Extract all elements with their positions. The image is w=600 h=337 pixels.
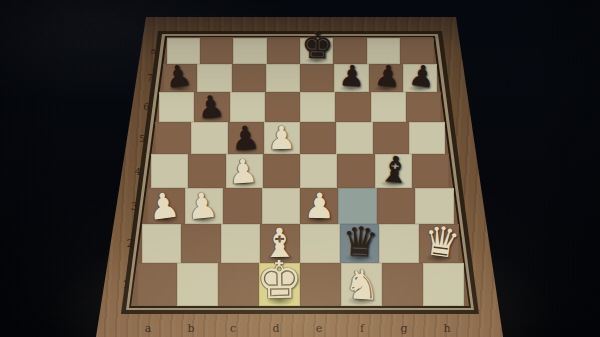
file-label-b: b	[187, 322, 194, 335]
file-label-h: h	[443, 322, 450, 335]
square-h5[interactable]	[409, 122, 445, 154]
square-e4[interactable]	[300, 154, 337, 188]
board-rank-4: ♟♝	[151, 154, 449, 188]
chess-game-scene: ♚♟♟♟♟♟♟♟♟♝♟♟♟♝♛♛♚♞ 87654321abcdefgh	[0, 0, 600, 337]
piece-white-pawn-c4[interactable]: ♟	[228, 155, 259, 188]
file-label-f: f	[360, 322, 364, 335]
square-e8[interactable]: ♚	[300, 38, 333, 64]
piece-black-king-e8[interactable]: ♚	[301, 29, 334, 64]
square-h4[interactable]	[412, 154, 449, 188]
piece-black-bishop-g4[interactable]: ♝	[377, 151, 412, 188]
square-d7[interactable]	[266, 64, 300, 92]
square-e7[interactable]	[300, 64, 334, 92]
square-h6[interactable]	[406, 92, 441, 122]
square-c7[interactable]	[232, 64, 266, 92]
square-a7[interactable]: ♟	[163, 64, 197, 92]
rank-label-2: 2	[127, 237, 134, 250]
square-a3[interactable]: ♟	[147, 188, 185, 224]
piece-black-pawn-c5[interactable]: ♟	[230, 122, 260, 154]
square-c4[interactable]: ♟	[226, 154, 263, 188]
square-b4[interactable]	[188, 154, 225, 188]
piece-white-queen-h2[interactable]: ♛	[420, 221, 462, 265]
piece-white-pawn-e3[interactable]: ♟	[303, 189, 335, 223]
file-label-d: d	[272, 322, 279, 335]
square-d3[interactable]	[262, 188, 300, 224]
square-a2[interactable]	[142, 224, 182, 263]
piece-black-pawn-h7[interactable]: ♟	[407, 62, 436, 93]
board-squares: ♚♟♟♟♟♟♟♟♟♝♟♟♟♝♛♛♚♞	[0, 38, 600, 306]
square-f6[interactable]	[335, 92, 370, 122]
square-b8[interactable]	[200, 38, 233, 64]
piece-black-queen-f2[interactable]: ♛	[341, 222, 380, 263]
board-rank-3: ♟♟♟	[147, 188, 454, 224]
square-c1[interactable]	[218, 263, 259, 306]
square-d8[interactable]	[267, 38, 300, 64]
rank-label-5: 5	[139, 133, 145, 144]
board-rank-7: ♟♟♟♟	[163, 64, 437, 92]
square-d5[interactable]: ♟	[264, 122, 300, 154]
square-d1[interactable]: ♚	[259, 263, 300, 306]
square-g2[interactable]	[379, 224, 419, 263]
rank-label-6: 6	[143, 102, 149, 112]
square-g7[interactable]: ♟	[369, 64, 403, 92]
board-rank-1: ♚♞	[137, 263, 464, 306]
board-rank-6: ♟	[159, 92, 441, 122]
piece-black-pawn-a7[interactable]: ♟	[164, 62, 193, 93]
square-f1[interactable]: ♞	[341, 263, 382, 306]
square-e3[interactable]: ♟	[300, 188, 338, 224]
square-f2[interactable]: ♛	[340, 224, 380, 263]
file-label-g: g	[400, 322, 407, 335]
square-g3[interactable]	[377, 188, 415, 224]
square-g1[interactable]	[382, 263, 423, 306]
square-c3[interactable]	[223, 188, 261, 224]
rank-label-1: 1	[122, 277, 129, 291]
piece-black-pawn-f7[interactable]: ♟	[338, 63, 366, 92]
square-c5[interactable]: ♟	[228, 122, 264, 154]
square-c6[interactable]	[230, 92, 265, 122]
square-a6[interactable]	[159, 92, 194, 122]
square-a4[interactable]	[151, 154, 188, 188]
piece-white-knight-f1[interactable]: ♞	[343, 265, 382, 306]
piece-white-king-d1[interactable]: ♚	[255, 255, 303, 305]
square-c8[interactable]	[233, 38, 266, 64]
square-e1[interactable]	[300, 263, 341, 306]
square-b2[interactable]	[181, 224, 221, 263]
rank-label-3: 3	[131, 200, 138, 212]
square-g6[interactable]	[371, 92, 406, 122]
square-d4[interactable]	[263, 154, 300, 188]
rank-label-8: 8	[150, 47, 155, 56]
square-e2[interactable]	[300, 224, 340, 263]
square-f5[interactable]	[336, 122, 372, 154]
square-d6[interactable]	[265, 92, 300, 122]
square-c2[interactable]	[221, 224, 261, 263]
square-e6[interactable]	[300, 92, 335, 122]
rank-label-7: 7	[147, 73, 152, 83]
square-e5[interactable]	[300, 122, 336, 154]
square-a5[interactable]	[155, 122, 191, 154]
piece-white-pawn-a3[interactable]: ♟	[146, 188, 182, 225]
square-h7[interactable]: ♟	[403, 64, 437, 92]
file-label-e: e	[316, 322, 323, 335]
piece-white-pawn-b3[interactable]: ♟	[185, 188, 219, 224]
square-b3[interactable]: ♟	[185, 188, 223, 224]
rank-label-4: 4	[135, 166, 141, 177]
piece-black-pawn-g7[interactable]: ♟	[373, 62, 402, 92]
square-a1[interactable]	[137, 263, 178, 306]
square-g4[interactable]: ♝	[375, 154, 412, 188]
square-b6[interactable]: ♟	[194, 92, 229, 122]
square-f7[interactable]: ♟	[334, 64, 368, 92]
square-b5[interactable]	[191, 122, 227, 154]
piece-white-pawn-d5[interactable]: ♟	[267, 122, 296, 153]
file-label-a: a	[145, 322, 152, 335]
square-f4[interactable]	[337, 154, 374, 188]
square-h1[interactable]	[423, 263, 464, 306]
square-h2[interactable]: ♛	[419, 224, 459, 263]
file-label-c: c	[230, 322, 236, 335]
square-b1[interactable]	[177, 263, 218, 306]
piece-black-pawn-b6[interactable]: ♟	[196, 91, 226, 122]
